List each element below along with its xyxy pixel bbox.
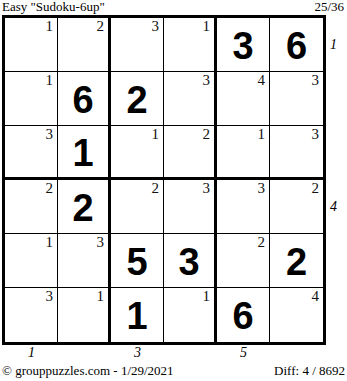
corner-number: 3 bbox=[152, 18, 160, 35]
puzzle-title: Easy "Sudoku-6up" bbox=[2, 0, 105, 14]
cell-r1c3[interactable]: 3 bbox=[111, 18, 164, 72]
cell-r3c3[interactable]: 1 bbox=[111, 126, 164, 180]
corner-number: 1 bbox=[46, 18, 54, 35]
cell-r6c3[interactable]: 1 bbox=[111, 288, 164, 342]
big-digit: 6 bbox=[72, 81, 93, 119]
footer: © grouppuzzles.com - 1/29/2021 Diff: 4 /… bbox=[0, 362, 347, 378]
cell-r5c5[interactable]: 2 bbox=[217, 234, 270, 288]
cell-r2c1[interactable]: 1 bbox=[5, 72, 58, 126]
cell-r4c5[interactable]: 3 bbox=[217, 180, 270, 234]
cell-r1c6[interactable]: 6 bbox=[270, 18, 323, 72]
cell-r3c1[interactable]: 3 bbox=[5, 126, 58, 180]
corner-number: 2 bbox=[312, 180, 320, 197]
corner-number: 1 bbox=[203, 18, 211, 35]
corner-number: 1 bbox=[46, 234, 54, 251]
cell-r5c4[interactable]: 3 bbox=[164, 234, 217, 288]
copyright-text: © grouppuzzles.com - 1/29/2021 bbox=[2, 364, 174, 378]
corner-number: 3 bbox=[312, 72, 320, 89]
corner-number: 2 bbox=[46, 180, 54, 197]
col-label-3: 3 bbox=[111, 345, 164, 361]
corner-number: 2 bbox=[203, 126, 211, 143]
row-label-4: 4 bbox=[330, 180, 347, 234]
difficulty-text: Diff: 4 / 8692 bbox=[274, 364, 345, 378]
big-digit: 2 bbox=[286, 243, 307, 281]
col-label-1: 1 bbox=[5, 345, 58, 361]
cell-r1c4[interactable]: 1 bbox=[164, 18, 217, 72]
cell-r4c4[interactable]: 3 bbox=[164, 180, 217, 234]
cell-r4c1[interactable]: 2 bbox=[5, 180, 58, 234]
cell-r3c6[interactable]: 3 bbox=[270, 126, 323, 180]
cell-r4c3[interactable]: 2 bbox=[111, 180, 164, 234]
cell-r2c2[interactable]: 6 bbox=[58, 72, 111, 126]
cell-r1c2[interactable]: 2 bbox=[58, 18, 111, 72]
cell-r5c1[interactable]: 1 bbox=[5, 234, 58, 288]
corner-number: 1 bbox=[97, 288, 105, 305]
big-digit: 2 bbox=[126, 81, 147, 119]
cell-r3c2[interactable]: 1 bbox=[58, 126, 111, 180]
corner-number: 3 bbox=[203, 180, 211, 197]
cell-r2c6[interactable]: 3 bbox=[270, 72, 323, 126]
big-digit: 5 bbox=[126, 243, 147, 281]
corner-number: 2 bbox=[152, 180, 160, 197]
cell-r6c4[interactable]: 1 bbox=[164, 288, 217, 342]
board-area: 123136162343311213222332135322311164 14 bbox=[2, 15, 347, 345]
corner-number: 4 bbox=[258, 72, 266, 89]
big-digit: 1 bbox=[72, 134, 93, 172]
cell-r6c2[interactable]: 1 bbox=[58, 288, 111, 342]
corner-number: 3 bbox=[258, 180, 266, 197]
sudoku-board: 123136162343311213222332135322311164 bbox=[2, 15, 326, 345]
big-digit: 2 bbox=[72, 189, 93, 227]
corner-number: 2 bbox=[97, 18, 105, 35]
cell-r2c3[interactable]: 2 bbox=[111, 72, 164, 126]
corner-number: 4 bbox=[312, 288, 320, 305]
cell-r6c5[interactable]: 6 bbox=[217, 288, 270, 342]
corner-number: 1 bbox=[203, 288, 211, 305]
cell-r6c6[interactable]: 4 bbox=[270, 288, 323, 342]
col-label-5: 5 bbox=[217, 345, 270, 361]
corner-number: 1 bbox=[258, 126, 266, 143]
cell-r3c4[interactable]: 2 bbox=[164, 126, 217, 180]
cell-r2c4[interactable]: 3 bbox=[164, 72, 217, 126]
corner-number: 1 bbox=[46, 72, 54, 89]
corner-number: 3 bbox=[46, 126, 54, 143]
big-digit: 6 bbox=[232, 297, 253, 335]
cell-r5c3[interactable]: 5 bbox=[111, 234, 164, 288]
cell-r2c5[interactable]: 4 bbox=[217, 72, 270, 126]
big-digit: 3 bbox=[232, 27, 253, 65]
progress-counter: 25/36 bbox=[314, 0, 344, 14]
corner-number: 3 bbox=[312, 126, 320, 143]
corner-number: 3 bbox=[46, 288, 54, 305]
corner-number: 3 bbox=[203, 72, 211, 89]
corner-number: 3 bbox=[97, 234, 105, 251]
big-digit: 6 bbox=[286, 27, 307, 65]
cell-r5c2[interactable]: 3 bbox=[58, 234, 111, 288]
cell-r5c6[interactable]: 2 bbox=[270, 234, 323, 288]
big-digit: 1 bbox=[126, 297, 147, 335]
row-labels: 14 bbox=[330, 15, 347, 345]
corner-number: 1 bbox=[152, 126, 160, 143]
row-label-1: 1 bbox=[330, 18, 347, 72]
cell-r1c5[interactable]: 3 bbox=[217, 18, 270, 72]
cell-r1c1[interactable]: 1 bbox=[5, 18, 58, 72]
corner-number: 2 bbox=[258, 234, 266, 251]
cell-r4c2[interactable]: 2 bbox=[58, 180, 111, 234]
column-labels: 135 bbox=[2, 345, 326, 362]
cell-r6c1[interactable]: 3 bbox=[5, 288, 58, 342]
cell-r3c5[interactable]: 1 bbox=[217, 126, 270, 180]
cell-r4c6[interactable]: 2 bbox=[270, 180, 323, 234]
header: Easy "Sudoku-6up" 25/36 bbox=[0, 0, 347, 15]
big-digit: 3 bbox=[178, 243, 199, 281]
